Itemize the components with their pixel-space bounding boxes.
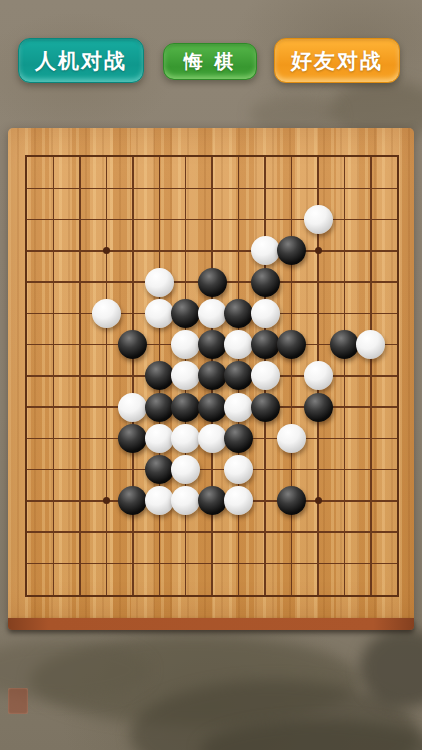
board[interactable] — [8, 128, 414, 618]
black-stone — [198, 330, 227, 359]
white-stone — [251, 299, 280, 328]
white-stone — [304, 205, 333, 234]
background-painting-trees — [360, 628, 422, 708]
friend-mode-button[interactable]: 好友对战 — [274, 38, 400, 83]
board-grid — [25, 155, 399, 597]
background-painting-mountain — [30, 635, 360, 725]
white-stone — [145, 486, 174, 515]
white-stone — [356, 330, 385, 359]
black-stone — [251, 268, 280, 297]
grid-line-vertical — [344, 157, 346, 595]
white-stone — [251, 236, 280, 265]
black-stone — [224, 299, 253, 328]
white-stone — [224, 455, 253, 484]
background-painting-mountain — [200, 720, 422, 750]
black-stone — [198, 361, 227, 390]
white-stone — [171, 424, 200, 453]
black-stone — [330, 330, 359, 359]
black-stone — [277, 330, 306, 359]
black-stone — [277, 486, 306, 515]
grid-line-horizontal — [27, 563, 397, 565]
white-stone — [171, 330, 200, 359]
black-stone — [145, 393, 174, 422]
star-point — [315, 497, 322, 504]
white-stone — [145, 424, 174, 453]
black-stone — [118, 330, 147, 359]
board-side-edge — [8, 618, 414, 630]
white-stone — [171, 455, 200, 484]
star-point — [103, 497, 110, 504]
white-stone — [92, 299, 121, 328]
white-stone — [224, 393, 253, 422]
white-stone — [145, 299, 174, 328]
black-stone — [118, 486, 147, 515]
black-stone — [198, 486, 227, 515]
black-stone — [304, 393, 333, 422]
black-stone — [171, 393, 200, 422]
black-stone — [224, 361, 253, 390]
star-point — [315, 247, 322, 254]
painting-seal-stamp — [8, 688, 28, 714]
black-stone — [145, 361, 174, 390]
background-painting-mountain — [130, 680, 420, 750]
white-stone — [304, 361, 333, 390]
white-stone — [224, 330, 253, 359]
grid-line-horizontal — [27, 531, 397, 533]
star-point — [103, 247, 110, 254]
grid-line-horizontal — [27, 469, 397, 471]
black-stone — [198, 268, 227, 297]
black-stone — [277, 236, 306, 265]
black-stone — [224, 424, 253, 453]
white-stone — [277, 424, 306, 453]
black-stone — [171, 299, 200, 328]
white-stone — [198, 424, 227, 453]
white-stone — [251, 361, 280, 390]
white-stone — [145, 268, 174, 297]
white-stone — [198, 299, 227, 328]
white-stone — [118, 393, 147, 422]
black-stone — [118, 424, 147, 453]
black-stone — [251, 330, 280, 359]
grid-line-vertical — [370, 157, 372, 595]
grid-line-vertical — [291, 157, 293, 595]
black-stone — [145, 455, 174, 484]
app-screen: 人机对战 悔 棋 好友对战 — [0, 0, 422, 750]
white-stone — [171, 486, 200, 515]
pvc-mode-button[interactable]: 人机对战 — [18, 38, 144, 83]
black-stone — [198, 393, 227, 422]
black-stone — [251, 393, 280, 422]
white-stone — [171, 361, 200, 390]
undo-move-button[interactable]: 悔 棋 — [163, 43, 257, 80]
white-stone — [224, 486, 253, 515]
